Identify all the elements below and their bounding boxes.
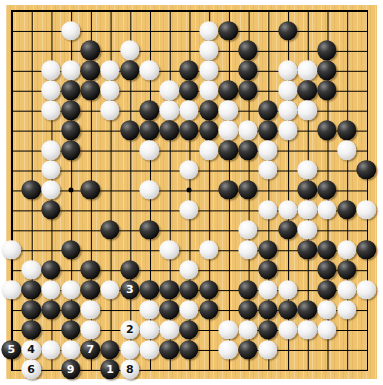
intersection[interactable] xyxy=(41,300,61,320)
intersection[interactable] xyxy=(159,260,179,280)
intersection[interactable] xyxy=(278,240,298,260)
intersection[interactable] xyxy=(278,340,298,360)
black-stone[interactable] xyxy=(219,21,238,40)
black-stone[interactable]: 1 xyxy=(100,360,119,379)
intersection[interactable] xyxy=(297,280,317,300)
intersection[interactable] xyxy=(2,320,22,340)
intersection[interactable]: 4 xyxy=(21,340,41,360)
intersection[interactable] xyxy=(80,300,100,320)
black-stone[interactable] xyxy=(219,140,238,159)
black-stone[interactable] xyxy=(258,101,277,120)
black-stone[interactable] xyxy=(81,81,100,100)
intersection[interactable] xyxy=(41,160,61,180)
intersection[interactable] xyxy=(219,280,239,300)
intersection[interactable] xyxy=(120,140,140,160)
intersection[interactable] xyxy=(140,120,160,140)
intersection[interactable] xyxy=(337,1,357,21)
intersection[interactable] xyxy=(258,140,278,160)
intersection[interactable] xyxy=(238,280,258,300)
intersection[interactable] xyxy=(337,21,357,41)
intersection[interactable] xyxy=(317,280,337,300)
intersection[interactable] xyxy=(80,120,100,140)
intersection[interactable] xyxy=(357,280,377,300)
white-stone[interactable] xyxy=(61,340,80,359)
intersection[interactable] xyxy=(199,340,219,360)
intersection[interactable] xyxy=(199,260,219,280)
white-stone[interactable] xyxy=(41,101,60,120)
intersection[interactable] xyxy=(2,260,22,280)
intersection[interactable] xyxy=(278,100,298,120)
intersection[interactable] xyxy=(100,21,120,41)
intersection[interactable] xyxy=(179,80,199,100)
intersection[interactable] xyxy=(179,200,199,220)
intersection[interactable] xyxy=(357,180,377,200)
white-stone[interactable] xyxy=(278,120,297,139)
white-stone[interactable] xyxy=(298,61,317,80)
black-stone[interactable] xyxy=(21,280,40,299)
intersection[interactable] xyxy=(80,240,100,260)
intersection[interactable] xyxy=(199,140,219,160)
intersection[interactable] xyxy=(41,220,61,240)
intersection[interactable] xyxy=(297,100,317,120)
intersection[interactable] xyxy=(258,21,278,41)
intersection[interactable] xyxy=(21,120,41,140)
intersection[interactable] xyxy=(41,260,61,280)
intersection[interactable] xyxy=(337,140,357,160)
intersection[interactable] xyxy=(61,40,81,60)
white-stone[interactable] xyxy=(278,320,297,339)
intersection[interactable] xyxy=(199,300,219,320)
intersection[interactable] xyxy=(159,1,179,21)
black-stone[interactable] xyxy=(238,340,257,359)
intersection[interactable] xyxy=(317,340,337,360)
intersection[interactable] xyxy=(317,300,337,320)
intersection[interactable] xyxy=(317,120,337,140)
intersection[interactable] xyxy=(80,40,100,60)
white-stone[interactable] xyxy=(160,240,179,259)
white-stone[interactable] xyxy=(317,200,336,219)
intersection[interactable] xyxy=(199,60,219,80)
black-stone[interactable] xyxy=(258,320,277,339)
intersection[interactable] xyxy=(357,120,377,140)
intersection[interactable] xyxy=(179,300,199,320)
intersection[interactable] xyxy=(357,40,377,60)
white-stone[interactable] xyxy=(140,140,159,159)
white-stone[interactable]: 6 xyxy=(21,360,40,379)
intersection[interactable] xyxy=(100,60,120,80)
white-stone[interactable] xyxy=(278,280,297,299)
intersection[interactable]: 5 xyxy=(2,340,22,360)
white-stone[interactable] xyxy=(140,61,159,80)
intersection[interactable] xyxy=(2,300,22,320)
intersection[interactable] xyxy=(278,40,298,60)
black-stone[interactable] xyxy=(298,240,317,259)
intersection[interactable] xyxy=(238,220,258,240)
intersection[interactable] xyxy=(238,21,258,41)
white-stone[interactable] xyxy=(278,81,297,100)
white-stone[interactable] xyxy=(199,61,218,80)
intersection[interactable] xyxy=(100,220,120,240)
intersection[interactable] xyxy=(41,320,61,340)
intersection[interactable] xyxy=(140,140,160,160)
white-stone[interactable] xyxy=(100,101,119,120)
intersection[interactable] xyxy=(317,100,337,120)
intersection[interactable] xyxy=(140,340,160,360)
intersection[interactable] xyxy=(21,40,41,60)
intersection[interactable] xyxy=(317,240,337,260)
intersection[interactable] xyxy=(337,40,357,60)
black-stone[interactable] xyxy=(238,41,257,60)
intersection[interactable] xyxy=(80,160,100,180)
black-stone[interactable] xyxy=(317,260,336,279)
intersection[interactable] xyxy=(100,160,120,180)
black-stone[interactable] xyxy=(317,120,336,139)
intersection[interactable] xyxy=(199,200,219,220)
white-stone[interactable] xyxy=(100,81,119,100)
intersection[interactable] xyxy=(238,80,258,100)
intersection[interactable] xyxy=(179,280,199,300)
intersection[interactable] xyxy=(159,280,179,300)
intersection[interactable] xyxy=(337,240,357,260)
white-stone[interactable] xyxy=(41,61,60,80)
black-stone[interactable] xyxy=(140,220,159,239)
intersection[interactable] xyxy=(61,260,81,280)
white-stone[interactable] xyxy=(41,160,60,179)
black-stone[interactable] xyxy=(337,120,356,139)
black-stone[interactable] xyxy=(278,220,297,239)
intersection[interactable] xyxy=(297,220,317,240)
intersection[interactable] xyxy=(140,100,160,120)
black-stone[interactable] xyxy=(258,240,277,259)
intersection[interactable] xyxy=(140,1,160,21)
intersection[interactable] xyxy=(337,80,357,100)
white-stone[interactable] xyxy=(298,200,317,219)
intersection[interactable] xyxy=(159,160,179,180)
intersection[interactable] xyxy=(159,359,179,379)
intersection[interactable] xyxy=(337,260,357,280)
intersection[interactable] xyxy=(317,40,337,60)
intersection[interactable] xyxy=(219,140,239,160)
intersection[interactable] xyxy=(238,100,258,120)
intersection[interactable] xyxy=(120,21,140,41)
intersection[interactable] xyxy=(41,180,61,200)
intersection[interactable] xyxy=(120,100,140,120)
black-stone[interactable] xyxy=(317,180,336,199)
intersection[interactable] xyxy=(357,1,377,21)
white-stone[interactable] xyxy=(179,101,198,120)
intersection[interactable] xyxy=(278,300,298,320)
intersection[interactable] xyxy=(317,160,337,180)
intersection[interactable] xyxy=(317,320,337,340)
intersection[interactable] xyxy=(61,320,81,340)
intersection[interactable] xyxy=(337,359,357,379)
intersection[interactable]: 3 xyxy=(120,280,140,300)
intersection[interactable] xyxy=(100,240,120,260)
intersection[interactable] xyxy=(317,21,337,41)
intersection[interactable] xyxy=(21,180,41,200)
intersection[interactable] xyxy=(258,359,278,379)
intersection[interactable]: 8 xyxy=(120,359,140,379)
intersection[interactable] xyxy=(80,320,100,340)
intersection[interactable] xyxy=(337,160,357,180)
intersection[interactable] xyxy=(41,40,61,60)
intersection[interactable] xyxy=(100,300,120,320)
white-stone[interactable] xyxy=(2,240,21,259)
intersection[interactable] xyxy=(278,320,298,340)
white-stone[interactable] xyxy=(41,280,60,299)
white-stone[interactable] xyxy=(317,320,336,339)
white-stone[interactable] xyxy=(278,101,297,120)
intersection[interactable] xyxy=(317,80,337,100)
intersection[interactable] xyxy=(21,280,41,300)
black-stone[interactable] xyxy=(61,320,80,339)
intersection[interactable] xyxy=(41,1,61,21)
intersection[interactable] xyxy=(278,21,298,41)
intersection[interactable] xyxy=(41,21,61,41)
intersection[interactable] xyxy=(238,120,258,140)
intersection[interactable] xyxy=(140,359,160,379)
intersection[interactable]: 9 xyxy=(61,359,81,379)
black-stone[interactable] xyxy=(357,240,376,259)
black-stone[interactable] xyxy=(61,300,80,319)
intersection[interactable] xyxy=(159,21,179,41)
intersection[interactable] xyxy=(80,260,100,280)
intersection[interactable] xyxy=(219,240,239,260)
intersection[interactable] xyxy=(258,100,278,120)
intersection[interactable] xyxy=(61,21,81,41)
intersection[interactable] xyxy=(297,1,317,21)
intersection[interactable] xyxy=(258,260,278,280)
intersection[interactable] xyxy=(120,120,140,140)
intersection[interactable] xyxy=(297,160,317,180)
intersection[interactable] xyxy=(140,60,160,80)
intersection[interactable] xyxy=(219,359,239,379)
intersection[interactable] xyxy=(159,60,179,80)
intersection[interactable] xyxy=(337,220,357,240)
intersection[interactable] xyxy=(238,40,258,60)
intersection[interactable] xyxy=(61,280,81,300)
intersection[interactable] xyxy=(21,220,41,240)
white-stone[interactable] xyxy=(238,240,257,259)
white-stone[interactable] xyxy=(337,300,356,319)
intersection[interactable] xyxy=(41,200,61,220)
black-stone[interactable] xyxy=(160,120,179,139)
black-stone[interactable] xyxy=(238,81,257,100)
intersection[interactable] xyxy=(80,359,100,379)
intersection[interactable] xyxy=(317,180,337,200)
intersection[interactable] xyxy=(278,60,298,80)
intersection[interactable] xyxy=(120,240,140,260)
intersection[interactable] xyxy=(278,359,298,379)
white-stone[interactable] xyxy=(41,340,60,359)
black-stone[interactable] xyxy=(199,300,218,319)
intersection[interactable] xyxy=(199,180,219,200)
white-stone[interactable] xyxy=(258,160,277,179)
intersection[interactable] xyxy=(61,180,81,200)
intersection[interactable] xyxy=(41,80,61,100)
intersection[interactable] xyxy=(357,21,377,41)
intersection[interactable] xyxy=(159,220,179,240)
intersection[interactable] xyxy=(219,220,239,240)
intersection[interactable] xyxy=(120,300,140,320)
black-stone[interactable] xyxy=(160,340,179,359)
black-stone[interactable] xyxy=(298,180,317,199)
intersection[interactable] xyxy=(2,80,22,100)
intersection[interactable] xyxy=(357,140,377,160)
black-stone[interactable] xyxy=(317,280,336,299)
white-stone[interactable] xyxy=(140,320,159,339)
intersection[interactable] xyxy=(219,340,239,360)
black-stone[interactable] xyxy=(238,140,257,159)
white-stone[interactable] xyxy=(100,280,119,299)
intersection[interactable] xyxy=(140,280,160,300)
intersection[interactable] xyxy=(159,320,179,340)
intersection[interactable] xyxy=(238,320,258,340)
black-stone[interactable] xyxy=(61,140,80,159)
intersection[interactable] xyxy=(21,160,41,180)
intersection[interactable] xyxy=(61,160,81,180)
intersection[interactable] xyxy=(80,80,100,100)
black-stone[interactable] xyxy=(258,120,277,139)
intersection[interactable] xyxy=(21,100,41,120)
intersection[interactable] xyxy=(41,340,61,360)
intersection[interactable] xyxy=(278,260,298,280)
intersection[interactable] xyxy=(61,340,81,360)
intersection[interactable] xyxy=(100,340,120,360)
intersection[interactable] xyxy=(179,40,199,60)
intersection[interactable] xyxy=(297,60,317,80)
intersection[interactable] xyxy=(297,320,317,340)
intersection[interactable] xyxy=(61,220,81,240)
intersection[interactable] xyxy=(61,1,81,21)
intersection[interactable] xyxy=(159,180,179,200)
intersection[interactable] xyxy=(61,200,81,220)
white-stone[interactable] xyxy=(357,200,376,219)
black-stone[interactable] xyxy=(258,260,277,279)
intersection[interactable] xyxy=(297,120,317,140)
intersection[interactable] xyxy=(238,160,258,180)
white-stone[interactable] xyxy=(120,41,139,60)
intersection[interactable] xyxy=(219,40,239,60)
intersection[interactable] xyxy=(179,180,199,200)
intersection[interactable] xyxy=(100,320,120,340)
white-stone[interactable] xyxy=(160,81,179,100)
black-stone[interactable] xyxy=(258,300,277,319)
white-stone[interactable] xyxy=(140,340,159,359)
intersection[interactable] xyxy=(337,320,357,340)
intersection[interactable] xyxy=(21,140,41,160)
intersection[interactable] xyxy=(258,220,278,240)
intersection[interactable] xyxy=(41,140,61,160)
black-stone[interactable] xyxy=(298,81,317,100)
black-stone[interactable] xyxy=(120,61,139,80)
white-stone[interactable] xyxy=(179,200,198,219)
white-stone[interactable] xyxy=(278,200,297,219)
intersection[interactable] xyxy=(2,40,22,60)
white-stone[interactable] xyxy=(2,280,21,299)
intersection[interactable] xyxy=(337,180,357,200)
intersection[interactable] xyxy=(317,60,337,80)
intersection[interactable] xyxy=(120,180,140,200)
intersection[interactable] xyxy=(2,140,22,160)
white-stone[interactable] xyxy=(238,120,257,139)
white-stone[interactable] xyxy=(298,101,317,120)
intersection[interactable] xyxy=(357,240,377,260)
black-stone[interactable] xyxy=(199,280,218,299)
intersection[interactable] xyxy=(337,280,357,300)
intersection[interactable] xyxy=(80,220,100,240)
intersection[interactable] xyxy=(61,60,81,80)
intersection[interactable] xyxy=(80,280,100,300)
black-stone[interactable] xyxy=(278,300,297,319)
intersection[interactable] xyxy=(61,140,81,160)
intersection[interactable] xyxy=(278,180,298,200)
white-stone[interactable] xyxy=(81,320,100,339)
black-stone[interactable] xyxy=(179,340,198,359)
intersection[interactable] xyxy=(238,260,258,280)
white-stone[interactable] xyxy=(219,101,238,120)
black-stone[interactable] xyxy=(61,81,80,100)
intersection[interactable] xyxy=(100,40,120,60)
intersection[interactable] xyxy=(61,100,81,120)
intersection[interactable] xyxy=(357,80,377,100)
intersection[interactable] xyxy=(278,80,298,100)
black-stone[interactable] xyxy=(61,120,80,139)
intersection[interactable] xyxy=(278,120,298,140)
intersection[interactable] xyxy=(337,60,357,80)
white-stone[interactable] xyxy=(179,160,198,179)
intersection[interactable] xyxy=(140,80,160,100)
white-stone[interactable] xyxy=(160,320,179,339)
intersection[interactable] xyxy=(120,200,140,220)
intersection[interactable] xyxy=(258,280,278,300)
intersection[interactable] xyxy=(140,21,160,41)
white-stone[interactable] xyxy=(199,81,218,100)
intersection[interactable] xyxy=(258,80,278,100)
intersection[interactable] xyxy=(179,320,199,340)
intersection[interactable] xyxy=(297,359,317,379)
intersection[interactable] xyxy=(2,180,22,200)
intersection[interactable] xyxy=(41,359,61,379)
intersection[interactable] xyxy=(2,1,22,21)
black-stone[interactable] xyxy=(120,120,139,139)
black-stone[interactable] xyxy=(41,300,60,319)
intersection[interactable] xyxy=(278,140,298,160)
intersection[interactable] xyxy=(159,120,179,140)
intersection[interactable] xyxy=(21,21,41,41)
intersection[interactable] xyxy=(61,120,81,140)
intersection[interactable] xyxy=(21,320,41,340)
white-stone[interactable] xyxy=(120,340,139,359)
intersection[interactable] xyxy=(21,60,41,80)
intersection[interactable] xyxy=(61,240,81,260)
white-stone[interactable] xyxy=(298,220,317,239)
intersection[interactable] xyxy=(357,300,377,320)
intersection[interactable] xyxy=(297,180,317,200)
intersection[interactable] xyxy=(100,1,120,21)
black-stone[interactable] xyxy=(140,101,159,120)
black-stone[interactable]: 7 xyxy=(81,340,100,359)
intersection[interactable] xyxy=(80,180,100,200)
black-stone[interactable] xyxy=(238,280,257,299)
intersection[interactable] xyxy=(159,140,179,160)
intersection[interactable] xyxy=(2,160,22,180)
intersection[interactable] xyxy=(179,140,199,160)
intersection[interactable] xyxy=(100,100,120,120)
intersection[interactable] xyxy=(140,300,160,320)
white-stone[interactable] xyxy=(219,320,238,339)
intersection[interactable] xyxy=(258,1,278,21)
